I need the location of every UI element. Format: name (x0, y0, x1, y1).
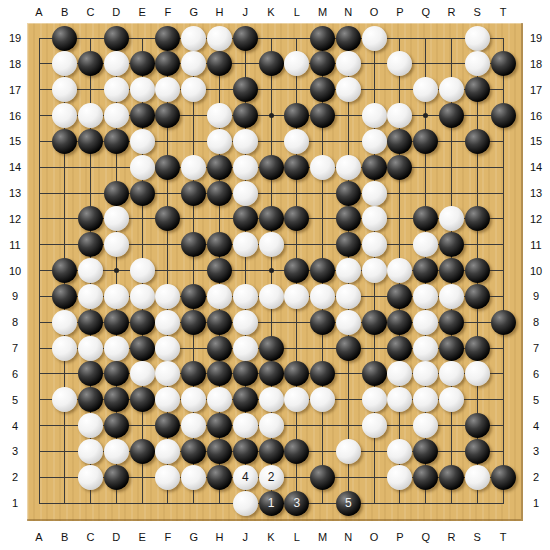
column-label-top: J (242, 6, 248, 18)
column-label-top: L (294, 6, 300, 18)
column-label-bottom: G (189, 531, 198, 543)
row-label-right: 8 (533, 316, 539, 328)
column-label-top: B (61, 6, 68, 18)
row-label-left: 16 (9, 110, 21, 122)
row-label-left: 7 (12, 342, 18, 354)
column-label-top: R (447, 6, 455, 18)
row-label-left: 12 (9, 213, 21, 225)
column-label-top: O (370, 6, 379, 18)
row-label-right: 1 (533, 497, 539, 509)
column-label-bottom: T (500, 531, 507, 543)
column-label-bottom: E (138, 531, 145, 543)
row-label-right: 13 (530, 187, 542, 199)
row-label-left: 10 (9, 265, 21, 277)
row-label-right: 17 (530, 84, 542, 96)
row-label-left: 2 (12, 471, 18, 483)
row-label-right: 7 (533, 342, 539, 354)
row-label-left: 19 (9, 32, 21, 44)
row-label-right: 9 (533, 290, 539, 302)
row-label-right: 3 (533, 445, 539, 457)
column-label-top: D (112, 6, 120, 18)
row-label-right: 15 (530, 135, 542, 147)
row-label-left: 6 (12, 368, 18, 380)
column-label-bottom: O (370, 531, 379, 543)
row-label-right: 12 (530, 213, 542, 225)
row-label-left: 18 (9, 58, 21, 70)
column-label-top: P (396, 6, 403, 18)
column-label-top: N (344, 6, 352, 18)
column-label-top: A (35, 6, 42, 18)
column-label-top: S (474, 6, 481, 18)
column-label-top: G (189, 6, 198, 18)
column-label-bottom: S (474, 531, 481, 543)
column-label-top: K (267, 6, 274, 18)
column-label-top: F (165, 6, 172, 18)
row-label-right: 16 (530, 110, 542, 122)
column-label-bottom: Q (421, 531, 430, 543)
row-label-right: 4 (533, 420, 539, 432)
row-label-right: 5 (533, 394, 539, 406)
row-label-right: 6 (533, 368, 539, 380)
row-label-left: 8 (12, 316, 18, 328)
row-label-right: 19 (530, 32, 542, 44)
row-label-left: 13 (9, 187, 21, 199)
column-label-bottom: N (344, 531, 352, 543)
column-label-bottom: J (242, 531, 248, 543)
row-label-left: 1 (12, 497, 18, 509)
row-label-left: 9 (12, 290, 18, 302)
column-label-bottom: L (294, 531, 300, 543)
column-label-bottom: B (61, 531, 68, 543)
column-label-top: H (215, 6, 223, 18)
column-label-top: E (138, 6, 145, 18)
column-label-top: M (318, 6, 327, 18)
column-label-bottom: C (87, 531, 95, 543)
row-label-left: 14 (9, 161, 21, 173)
row-label-right: 18 (530, 58, 542, 70)
row-label-right: 2 (533, 471, 539, 483)
row-label-right: 10 (530, 265, 542, 277)
column-label-top: C (87, 6, 95, 18)
column-label-bottom: R (447, 531, 455, 543)
column-label-bottom: K (267, 531, 274, 543)
column-label-bottom: D (112, 531, 120, 543)
column-label-bottom: M (318, 531, 327, 543)
go-game-screenshot: AABBCCDDEEFFGGHHJJKKLLMMNNOOPPQQRRSSTT19… (0, 0, 550, 550)
row-label-left: 5 (12, 394, 18, 406)
column-label-bottom: F (165, 531, 172, 543)
row-label-right: 14 (530, 161, 542, 173)
column-label-bottom: P (396, 531, 403, 543)
row-label-left: 17 (9, 84, 21, 96)
column-label-top: Q (421, 6, 430, 18)
board-intersections[interactable] (27, 23, 523, 521)
row-label-left: 11 (9, 239, 20, 251)
row-label-left: 3 (12, 445, 18, 457)
row-label-right: 11 (530, 239, 541, 251)
row-label-left: 4 (12, 420, 18, 432)
row-label-left: 15 (9, 135, 21, 147)
column-label-bottom: H (215, 531, 223, 543)
column-label-top: T (500, 6, 507, 18)
column-label-bottom: A (35, 531, 42, 543)
